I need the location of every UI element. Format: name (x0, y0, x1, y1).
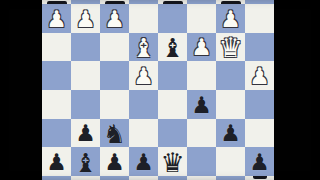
white-pawn-g7-icon: ♟ (220, 8, 241, 31)
square-c3: ♞ (100, 119, 129, 148)
black-queen-e2-icon: ♛ (160, 149, 184, 176)
video-frame: ♟♟♟♟♝♝♟♛♟♟♟♟♞♟♟♝♟♟♛♟ (0, 0, 320, 180)
square-g7: ♟ (216, 4, 245, 33)
square-d5: ♟ (129, 61, 158, 90)
square-h7 (245, 4, 274, 33)
square-e7 (158, 4, 187, 33)
square-h4 (245, 90, 274, 119)
square-g5 (216, 61, 245, 90)
square-b7: ♟ (71, 4, 100, 33)
square-c1 (100, 176, 129, 180)
square-g1 (216, 176, 245, 180)
square-a6 (42, 33, 71, 62)
square-a1 (42, 176, 71, 180)
square-g2 (216, 147, 245, 176)
square-e4 (158, 90, 187, 119)
white-pawn-b7-icon: ♟ (75, 8, 96, 31)
square-d4 (129, 90, 158, 119)
square-a7: ♟ (42, 4, 71, 33)
square-f4: ♟ (187, 90, 216, 119)
square-b5 (71, 61, 100, 90)
letterbox-right (274, 0, 320, 180)
square-e1 (158, 176, 187, 180)
square-f6: ♟ (187, 33, 216, 62)
square-d1 (129, 176, 158, 180)
square-a4 (42, 90, 71, 119)
white-pawn-f6-icon: ♟ (191, 36, 212, 59)
black-bishop-b2-icon: ♝ (74, 150, 97, 176)
cropped-piece-top-h1 (253, 176, 267, 179)
black-pawn-b3-icon: ♟ (75, 122, 96, 145)
square-g3: ♟ (216, 119, 245, 148)
black-pawn-a2-icon: ♟ (46, 151, 67, 174)
square-e6: ♝ (158, 33, 187, 62)
square-a2: ♟ (42, 147, 71, 176)
black-pawn-f4-icon: ♟ (191, 94, 212, 117)
chess-board: ♟♟♟♟♝♝♟♛♟♟♟♟♞♟♟♝♟♟♛♟ (42, 0, 274, 180)
square-f3 (187, 119, 216, 148)
black-pawn-d2-icon: ♟ (133, 151, 154, 174)
white-bishop-d6-icon: ♝ (132, 35, 155, 61)
black-bishop-e6-icon: ♝ (161, 35, 184, 61)
square-b3: ♟ (71, 119, 100, 148)
square-g4 (216, 90, 245, 119)
white-pawn-a7-icon: ♟ (46, 8, 67, 31)
white-queen-g6-icon: ♛ (218, 34, 242, 61)
square-f1 (187, 176, 216, 180)
square-e3 (158, 119, 187, 148)
square-c7: ♟ (100, 4, 129, 33)
square-h1 (245, 176, 274, 180)
white-pawn-d5-icon: ♟ (133, 65, 154, 88)
square-h6 (245, 33, 274, 62)
square-d3 (129, 119, 158, 148)
square-c6 (100, 33, 129, 62)
square-f7 (187, 4, 216, 33)
letterbox-left (0, 0, 42, 180)
square-f2 (187, 147, 216, 176)
square-a3 (42, 119, 71, 148)
square-b6 (71, 33, 100, 62)
black-pawn-g3-icon: ♟ (220, 122, 241, 145)
square-g6: ♛ (216, 33, 245, 62)
square-d7 (129, 4, 158, 33)
square-b4 (71, 90, 100, 119)
square-c2: ♟ (100, 147, 129, 176)
square-c4 (100, 90, 129, 119)
square-b2: ♝ (71, 147, 100, 176)
square-h5: ♟ (245, 61, 274, 90)
square-c5 (100, 61, 129, 90)
square-e2: ♛ (158, 147, 187, 176)
square-d6: ♝ (129, 33, 158, 62)
white-pawn-c7-icon: ♟ (104, 8, 125, 31)
square-h3 (245, 119, 274, 148)
black-pawn-c2-icon: ♟ (104, 151, 125, 174)
black-knight-c3-icon: ♞ (103, 121, 126, 147)
square-b1 (71, 176, 100, 180)
square-h2: ♟ (245, 147, 274, 176)
square-a5 (42, 61, 71, 90)
square-f5 (187, 61, 216, 90)
black-pawn-h2-icon: ♟ (249, 151, 270, 174)
square-e5 (158, 61, 187, 90)
white-pawn-h5-icon: ♟ (249, 65, 270, 88)
square-d2: ♟ (129, 147, 158, 176)
